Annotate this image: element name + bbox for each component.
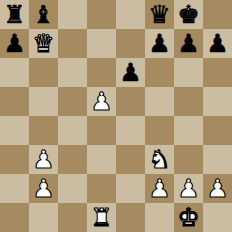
piece-black-pawn[interactable]: ♟ [177, 29, 199, 58]
square-g6[interactable] [174, 58, 203, 87]
square-h5[interactable] [203, 87, 232, 116]
square-b6[interactable] [29, 58, 58, 87]
square-e5[interactable] [116, 87, 145, 116]
piece-black-queen[interactable]: ♛ [148, 0, 170, 29]
square-f4[interactable] [145, 116, 174, 145]
piece-black-bishop[interactable]: ♝ [32, 0, 54, 29]
square-f6[interactable] [145, 58, 174, 87]
chess-board: ♜♝♛♚♟♛♟♟♟♟♟♟♞♟♟♟♟♜♚ [0, 0, 232, 232]
square-g5[interactable] [174, 87, 203, 116]
square-c8[interactable] [58, 0, 87, 29]
square-a8[interactable]: ♜ [0, 0, 29, 29]
square-h8[interactable] [203, 0, 232, 29]
square-d1[interactable]: ♜ [87, 203, 116, 232]
square-h3[interactable] [203, 145, 232, 174]
square-b5[interactable] [29, 87, 58, 116]
square-a7[interactable]: ♟ [0, 29, 29, 58]
piece-white-pawn[interactable]: ♟ [32, 145, 54, 174]
square-g7[interactable]: ♟ [174, 29, 203, 58]
square-f5[interactable] [145, 87, 174, 116]
square-a2[interactable] [0, 174, 29, 203]
square-f8[interactable]: ♛ [145, 0, 174, 29]
square-b8[interactable]: ♝ [29, 0, 58, 29]
square-a1[interactable] [0, 203, 29, 232]
square-h2[interactable]: ♟ [203, 174, 232, 203]
square-c4[interactable] [58, 116, 87, 145]
square-d5[interactable]: ♟ [87, 87, 116, 116]
square-h7[interactable]: ♟ [203, 29, 232, 58]
square-c6[interactable] [58, 58, 87, 87]
square-a4[interactable] [0, 116, 29, 145]
square-f3[interactable]: ♞ [145, 145, 174, 174]
square-b7[interactable]: ♛ [29, 29, 58, 58]
square-e8[interactable] [116, 0, 145, 29]
piece-white-pawn[interactable]: ♟ [32, 174, 54, 203]
piece-black-rook[interactable]: ♜ [3, 0, 25, 29]
piece-white-knight[interactable]: ♞ [148, 145, 170, 174]
square-d6[interactable] [87, 58, 116, 87]
piece-white-queen[interactable]: ♛ [32, 29, 54, 58]
square-c7[interactable] [58, 29, 87, 58]
square-e4[interactable] [116, 116, 145, 145]
square-e6[interactable]: ♟ [116, 58, 145, 87]
square-e7[interactable] [116, 29, 145, 58]
square-h1[interactable] [203, 203, 232, 232]
square-g4[interactable] [174, 116, 203, 145]
square-a6[interactable] [0, 58, 29, 87]
piece-black-pawn[interactable]: ♟ [206, 29, 228, 58]
square-b2[interactable]: ♟ [29, 174, 58, 203]
square-f2[interactable]: ♟ [145, 174, 174, 203]
square-e2[interactable] [116, 174, 145, 203]
square-h4[interactable] [203, 116, 232, 145]
square-b4[interactable] [29, 116, 58, 145]
square-c5[interactable] [58, 87, 87, 116]
square-g8[interactable]: ♚ [174, 0, 203, 29]
square-d7[interactable] [87, 29, 116, 58]
square-c1[interactable] [58, 203, 87, 232]
piece-white-pawn[interactable]: ♟ [90, 87, 112, 116]
square-c3[interactable] [58, 145, 87, 174]
square-d2[interactable] [87, 174, 116, 203]
piece-black-pawn[interactable]: ♟ [119, 58, 141, 87]
square-f7[interactable]: ♟ [145, 29, 174, 58]
square-b1[interactable] [29, 203, 58, 232]
square-h6[interactable] [203, 58, 232, 87]
piece-white-pawn[interactable]: ♟ [148, 174, 170, 203]
square-g3[interactable] [174, 145, 203, 174]
square-c2[interactable] [58, 174, 87, 203]
square-e3[interactable] [116, 145, 145, 174]
square-f1[interactable] [145, 203, 174, 232]
piece-black-pawn[interactable]: ♟ [148, 29, 170, 58]
square-b3[interactable]: ♟ [29, 145, 58, 174]
piece-white-pawn[interactable]: ♟ [177, 174, 199, 203]
piece-white-rook[interactable]: ♜ [90, 203, 112, 232]
square-g2[interactable]: ♟ [174, 174, 203, 203]
piece-black-king[interactable]: ♚ [177, 0, 199, 29]
piece-white-king[interactable]: ♚ [177, 203, 199, 232]
piece-white-pawn[interactable]: ♟ [206, 174, 228, 203]
square-d8[interactable] [87, 0, 116, 29]
square-d4[interactable] [87, 116, 116, 145]
piece-black-pawn[interactable]: ♟ [3, 29, 25, 58]
square-d3[interactable] [87, 145, 116, 174]
square-a3[interactable] [0, 145, 29, 174]
square-e1[interactable] [116, 203, 145, 232]
square-a5[interactable] [0, 87, 29, 116]
square-g1[interactable]: ♚ [174, 203, 203, 232]
